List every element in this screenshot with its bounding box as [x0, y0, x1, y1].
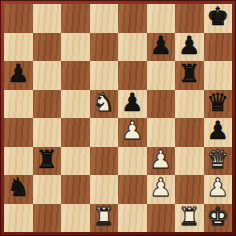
square-a6[interactable]: ♟ — [4, 61, 33, 90]
piece-white-pawn-h2[interactable]: ♟ — [207, 175, 229, 202]
square-e8[interactable] — [118, 4, 147, 33]
square-d3[interactable] — [90, 147, 119, 176]
square-a5[interactable] — [4, 90, 33, 119]
square-h7[interactable] — [204, 33, 233, 62]
square-g6[interactable]: ♜ — [175, 61, 204, 90]
square-g7[interactable]: ♟ — [175, 33, 204, 62]
piece-black-rook-g6[interactable]: ♜ — [178, 61, 200, 88]
square-f1[interactable] — [147, 204, 176, 233]
square-g3[interactable] — [175, 147, 204, 176]
piece-black-pawn-a6[interactable]: ♟ — [7, 61, 29, 88]
square-f3[interactable]: ♟ — [147, 147, 176, 176]
piece-black-knight-a2[interactable]: ♞ — [7, 175, 29, 202]
square-d2[interactable] — [90, 175, 119, 204]
square-c3[interactable] — [61, 147, 90, 176]
square-d5[interactable]: ♞ — [90, 90, 119, 119]
square-h6[interactable] — [204, 61, 233, 90]
piece-black-queen-h5[interactable]: ♛ — [207, 90, 229, 117]
piece-white-queen-h3[interactable]: ♛ — [207, 147, 229, 174]
piece-white-rook-d1[interactable]: ♜ — [93, 204, 115, 231]
square-d1[interactable]: ♜ — [90, 204, 119, 233]
square-b4[interactable] — [33, 118, 62, 147]
square-c5[interactable] — [61, 90, 90, 119]
piece-white-king-h1[interactable]: ♚ — [207, 204, 229, 231]
piece-black-rook-b3[interactable]: ♜ — [36, 147, 58, 174]
square-e1[interactable] — [118, 204, 147, 233]
piece-black-pawn-f7[interactable]: ♟ — [150, 33, 172, 60]
square-b6[interactable] — [33, 61, 62, 90]
square-e3[interactable] — [118, 147, 147, 176]
square-h5[interactable]: ♛ — [204, 90, 233, 119]
square-a8[interactable] — [4, 4, 33, 33]
square-c1[interactable] — [61, 204, 90, 233]
square-c4[interactable] — [61, 118, 90, 147]
square-f2[interactable]: ♟ — [147, 175, 176, 204]
square-d4[interactable] — [90, 118, 119, 147]
square-c6[interactable] — [61, 61, 90, 90]
square-b7[interactable] — [33, 33, 62, 62]
square-e5[interactable]: ♟ — [118, 90, 147, 119]
piece-black-pawn-g7[interactable]: ♟ — [178, 33, 200, 60]
square-e7[interactable] — [118, 33, 147, 62]
square-h2[interactable]: ♟ — [204, 175, 233, 204]
chess-app: ♚♟♟♟♜♞♟♛♟♟♜♟♛♞♟♟♜♜♚ — [0, 0, 236, 236]
piece-white-rook-g1[interactable]: ♜ — [178, 204, 200, 231]
square-h4[interactable]: ♟ — [204, 118, 233, 147]
square-h8[interactable]: ♚ — [204, 4, 233, 33]
piece-white-knight-d5[interactable]: ♞ — [93, 90, 115, 117]
square-g8[interactable] — [175, 4, 204, 33]
square-b1[interactable] — [33, 204, 62, 233]
square-a4[interactable] — [4, 118, 33, 147]
square-a7[interactable] — [4, 33, 33, 62]
piece-black-pawn-h4[interactable]: ♟ — [207, 118, 229, 145]
square-f4[interactable] — [147, 118, 176, 147]
square-c8[interactable] — [61, 4, 90, 33]
square-f7[interactable]: ♟ — [147, 33, 176, 62]
square-a1[interactable] — [4, 204, 33, 233]
square-f6[interactable] — [147, 61, 176, 90]
piece-white-pawn-e4[interactable]: ♟ — [121, 118, 143, 145]
square-b8[interactable] — [33, 4, 62, 33]
square-g1[interactable]: ♜ — [175, 204, 204, 233]
board-frame: ♚♟♟♟♜♞♟♛♟♟♜♟♛♞♟♟♜♜♚ — [0, 0, 236, 236]
square-d6[interactable] — [90, 61, 119, 90]
piece-white-pawn-f2[interactable]: ♟ — [150, 175, 172, 202]
square-c2[interactable] — [61, 175, 90, 204]
square-b2[interactable] — [33, 175, 62, 204]
square-g5[interactable] — [175, 90, 204, 119]
square-a2[interactable]: ♞ — [4, 175, 33, 204]
chess-board: ♚♟♟♟♜♞♟♛♟♟♜♟♛♞♟♟♜♜♚ — [4, 4, 232, 232]
piece-white-pawn-f3[interactable]: ♟ — [150, 147, 172, 174]
square-f8[interactable] — [147, 4, 176, 33]
square-e6[interactable] — [118, 61, 147, 90]
square-c7[interactable] — [61, 33, 90, 62]
square-h1[interactable]: ♚ — [204, 204, 233, 233]
square-d7[interactable] — [90, 33, 119, 62]
square-b3[interactable]: ♜ — [33, 147, 62, 176]
square-e2[interactable] — [118, 175, 147, 204]
square-d8[interactable] — [90, 4, 119, 33]
square-a3[interactable] — [4, 147, 33, 176]
square-e4[interactable]: ♟ — [118, 118, 147, 147]
square-g2[interactable] — [175, 175, 204, 204]
square-f5[interactable] — [147, 90, 176, 119]
square-b5[interactable] — [33, 90, 62, 119]
square-g4[interactable] — [175, 118, 204, 147]
piece-black-king-h8[interactable]: ♚ — [207, 4, 229, 31]
piece-black-pawn-e5[interactable]: ♟ — [121, 90, 143, 117]
square-h3[interactable]: ♛ — [204, 147, 233, 176]
